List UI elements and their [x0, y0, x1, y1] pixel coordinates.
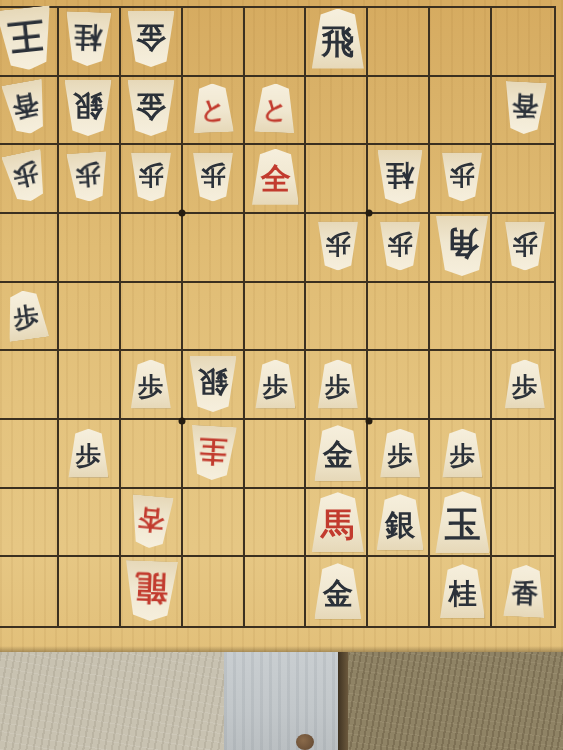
- piece-kanji: 歩: [325, 370, 350, 399]
- board-square[interactable]: [0, 351, 59, 420]
- piece-kanji: 歩: [388, 439, 413, 468]
- board-square[interactable]: [306, 145, 368, 214]
- tatami-mat-left: [0, 652, 224, 750]
- piece-kanji: 金: [136, 21, 166, 56]
- piece-kanji: 歩: [450, 162, 475, 191]
- piece-kanji: 歩: [388, 231, 413, 260]
- piece-kanji: 歩: [75, 161, 102, 192]
- board-square[interactable]: [245, 489, 307, 558]
- piece-kanji: 杏: [137, 506, 166, 538]
- piece-kanji: 香: [11, 91, 42, 125]
- piece-kanji: 金: [136, 90, 166, 125]
- piece-kanji: 馬: [321, 503, 354, 541]
- piece-kanji: 王: [6, 16, 46, 61]
- board-square[interactable]: [245, 8, 307, 77]
- board-square[interactable]: [368, 283, 430, 352]
- star-point: [366, 418, 373, 425]
- board-square[interactable]: [368, 351, 430, 420]
- piece-kanji: 圭: [198, 436, 228, 470]
- plank-edge-shadow: [338, 652, 348, 750]
- piece-kanji: 銀: [73, 90, 103, 125]
- piece-kanji: 桂: [448, 575, 476, 608]
- piece-kanji: と: [262, 93, 289, 123]
- piece-kanji: 金: [323, 436, 353, 471]
- star-point: [179, 210, 186, 217]
- star-point: [366, 210, 373, 217]
- board-square[interactable]: [59, 351, 121, 420]
- board-square[interactable]: [245, 420, 307, 489]
- board-square[interactable]: [121, 214, 183, 283]
- piece-kanji: 歩: [512, 370, 537, 399]
- board-square[interactable]: [121, 283, 183, 352]
- board-square[interactable]: [430, 8, 492, 77]
- piece-kanji: 香: [511, 576, 539, 607]
- piece-kanji: 歩: [138, 162, 163, 191]
- board-square[interactable]: [0, 557, 59, 626]
- piece-kanji: 歩: [450, 439, 475, 468]
- piece-kanji: 桂: [74, 22, 103, 55]
- board-square[interactable]: [306, 283, 368, 352]
- wood-plank: [224, 652, 338, 750]
- board-square[interactable]: [59, 557, 121, 626]
- piece-kanji: 歩: [201, 162, 226, 191]
- piece-kanji: 全: [260, 159, 290, 194]
- board-square[interactable]: [492, 420, 554, 489]
- shogi-scene: 王桂金飛香銀金とと香歩歩歩歩全桂歩歩歩角歩歩歩銀歩歩歩歩圭金歩歩杏馬銀玉龍金桂香: [0, 0, 563, 750]
- board-square[interactable]: [492, 8, 554, 77]
- board-square[interactable]: [368, 77, 430, 146]
- board-square[interactable]: [492, 145, 554, 214]
- board-square[interactable]: [430, 77, 492, 146]
- piece-kanji: 龍: [134, 572, 168, 611]
- piece-kanji: 歩: [11, 160, 41, 194]
- tatami-mat-right: [348, 652, 563, 750]
- board-square[interactable]: [183, 214, 245, 283]
- piece-kanji: 銀: [385, 505, 415, 540]
- piece-kanji: 玉: [444, 502, 480, 543]
- piece-kanji: 歩: [138, 370, 163, 399]
- board-square[interactable]: [59, 283, 121, 352]
- board-square[interactable]: [245, 214, 307, 283]
- piece-kanji: 桂: [386, 161, 414, 194]
- board-square[interactable]: [183, 557, 245, 626]
- board-square[interactable]: [368, 557, 430, 626]
- board-square[interactable]: [306, 77, 368, 146]
- piece-kanji: 角: [446, 227, 479, 265]
- piece-kanji: 飛: [321, 19, 354, 57]
- board-square[interactable]: [121, 420, 183, 489]
- board-square[interactable]: [59, 489, 121, 558]
- piece-kanji: 歩: [263, 370, 288, 399]
- star-point: [179, 418, 186, 425]
- board-square[interactable]: [0, 214, 59, 283]
- board-square[interactable]: [245, 557, 307, 626]
- piece-kanji: 歩: [512, 231, 537, 260]
- board-square[interactable]: [245, 283, 307, 352]
- board-square[interactable]: [368, 8, 430, 77]
- piece-kanji: 香: [511, 92, 539, 123]
- board-square[interactable]: [0, 420, 59, 489]
- piece-kanji: 歩: [12, 299, 41, 331]
- piece-kanji: 金: [323, 574, 353, 609]
- board-square[interactable]: [492, 489, 554, 558]
- wood-knot: [296, 734, 314, 750]
- board-square[interactable]: [0, 489, 59, 558]
- piece-kanji: と: [200, 93, 227, 123]
- piece-kanji: 銀: [198, 367, 228, 402]
- board-square[interactable]: [492, 283, 554, 352]
- piece-kanji: 歩: [325, 231, 350, 260]
- shogi-board: 王桂金飛香銀金とと香歩歩歩歩全桂歩歩歩角歩歩歩銀歩歩歩歩圭金歩歩杏馬銀玉龍金桂香: [0, 0, 563, 652]
- board-square[interactable]: [430, 351, 492, 420]
- board-square[interactable]: [183, 489, 245, 558]
- board-square[interactable]: [183, 283, 245, 352]
- board-square[interactable]: [430, 283, 492, 352]
- board-square[interactable]: [59, 214, 121, 283]
- board-square[interactable]: [183, 8, 245, 77]
- piece-kanji: 歩: [76, 439, 101, 468]
